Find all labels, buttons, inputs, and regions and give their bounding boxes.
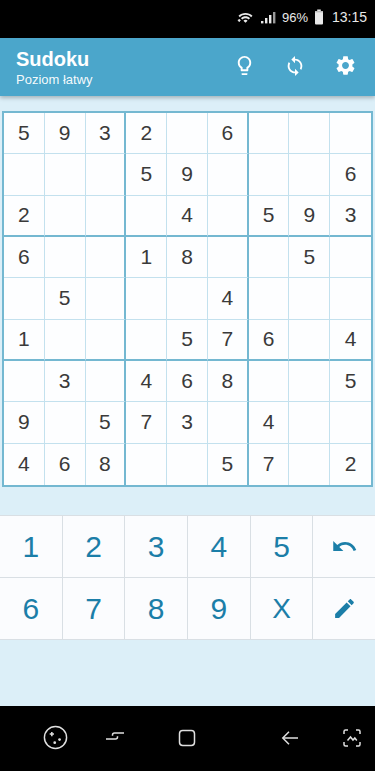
cell-r5c6[interactable]: 4	[208, 278, 249, 319]
sudoku-board: 5932659624593618554157643468595734468572	[2, 111, 373, 487]
battery-icon	[314, 9, 324, 25]
game-tools-button[interactable]	[41, 725, 69, 753]
home-icon	[175, 726, 199, 753]
cell-r3c7[interactable]: 5	[249, 196, 290, 237]
cell-r5c9[interactable]	[330, 278, 371, 319]
cell-r4c1[interactable]: 6	[4, 237, 45, 278]
cell-r5c7[interactable]	[249, 278, 290, 319]
cell-r2c1[interactable]	[4, 154, 45, 195]
cell-r1c7[interactable]	[249, 113, 290, 154]
cell-r9c7[interactable]: 7	[249, 444, 290, 485]
cell-r6c8[interactable]	[289, 320, 330, 361]
cell-r5c8[interactable]	[289, 278, 330, 319]
cell-r3c6[interactable]	[208, 196, 249, 237]
cell-r1c5[interactable]	[167, 113, 208, 154]
cell-r2c8[interactable]	[289, 154, 330, 195]
cell-r1c6[interactable]: 6	[208, 113, 249, 154]
restart-button[interactable]	[284, 55, 306, 80]
cell-r9c2[interactable]: 6	[45, 444, 86, 485]
recents-icon	[103, 726, 127, 753]
recents-button[interactable]	[101, 725, 129, 753]
signal-bars-icon	[260, 10, 276, 24]
app-bar-titles: Sudoku Poziom łatwy	[16, 48, 233, 87]
cell-r8c3[interactable]: 5	[86, 402, 127, 443]
cell-r8c7[interactable]: 4	[249, 402, 290, 443]
app-bar-actions	[233, 54, 357, 80]
cell-r9c3[interactable]: 8	[86, 444, 127, 485]
digit-2-button[interactable]: 2	[63, 516, 125, 577]
screenshot-icon	[340, 726, 364, 753]
cell-r9c5[interactable]	[167, 444, 208, 485]
cell-r1c4[interactable]: 2	[126, 113, 167, 154]
digit-5-button[interactable]: 5	[251, 516, 313, 577]
cell-r5c4[interactable]	[126, 278, 167, 319]
hint-button[interactable]	[233, 54, 256, 80]
digit-7-button[interactable]: 7	[63, 578, 125, 639]
cell-r3c8[interactable]: 9	[289, 196, 330, 237]
cell-r7c6[interactable]: 8	[208, 361, 249, 402]
home-button[interactable]	[173, 725, 201, 753]
cell-r1c3[interactable]: 3	[86, 113, 127, 154]
clear-button[interactable]: X	[251, 578, 313, 639]
cell-r9c1[interactable]: 4	[4, 444, 45, 485]
pencil-button[interactable]	[313, 578, 375, 639]
cell-r2c2[interactable]	[45, 154, 86, 195]
cell-r4c4[interactable]: 1	[126, 237, 167, 278]
cell-r4c2[interactable]	[45, 237, 86, 278]
digit-1-button[interactable]: 1	[0, 516, 62, 577]
cell-r3c5[interactable]: 4	[167, 196, 208, 237]
cell-r9c8[interactable]	[289, 444, 330, 485]
sync-icon	[284, 55, 306, 80]
pencil-icon	[332, 596, 357, 621]
cell-r7c5[interactable]: 6	[167, 361, 208, 402]
navigation-bar	[0, 706, 375, 771]
cell-r6c5[interactable]: 5	[167, 320, 208, 361]
cell-r2c7[interactable]	[249, 154, 290, 195]
clock: 13:15	[332, 9, 367, 25]
back-button[interactable]	[276, 725, 304, 753]
undo-button[interactable]	[313, 516, 375, 577]
cell-r7c2[interactable]: 3	[45, 361, 86, 402]
cell-r4c6[interactable]	[208, 237, 249, 278]
cell-r8c5[interactable]: 3	[167, 402, 208, 443]
cell-r6c7[interactable]: 6	[249, 320, 290, 361]
cell-r2c3[interactable]	[86, 154, 127, 195]
cell-r1c1[interactable]: 5	[4, 113, 45, 154]
digit-8-button[interactable]: 8	[125, 578, 187, 639]
wifi-plus-icon	[237, 10, 254, 24]
cell-r7c9[interactable]: 5	[330, 361, 371, 402]
cell-r7c8[interactable]	[289, 361, 330, 402]
digit-9-button[interactable]: 9	[188, 578, 250, 639]
cell-r8c1[interactable]: 9	[4, 402, 45, 443]
cell-r4c9[interactable]	[330, 237, 371, 278]
cell-r6c9[interactable]: 4	[330, 320, 371, 361]
cell-r5c3[interactable]	[86, 278, 127, 319]
game-tools-icon	[42, 724, 69, 754]
cell-r2c6[interactable]	[208, 154, 249, 195]
cell-r8c9[interactable]	[330, 402, 371, 443]
cell-r5c2[interactable]: 5	[45, 278, 86, 319]
page-title: Sudoku	[16, 48, 233, 70]
cell-r7c4[interactable]: 4	[126, 361, 167, 402]
cell-r8c2[interactable]	[45, 402, 86, 443]
status-bar: 96% 13:15	[0, 0, 375, 38]
digit-3-button[interactable]: 3	[125, 516, 187, 577]
cell-r9c9[interactable]: 2	[330, 444, 371, 485]
cell-r7c7[interactable]	[249, 361, 290, 402]
cell-r8c6[interactable]	[208, 402, 249, 443]
settings-button[interactable]	[334, 54, 357, 80]
cell-r6c2[interactable]	[45, 320, 86, 361]
cell-r2c9[interactable]: 6	[330, 154, 371, 195]
lightbulb-icon	[233, 54, 256, 80]
cell-r4c3[interactable]	[86, 237, 127, 278]
cell-r9c4[interactable]	[126, 444, 167, 485]
app-bar: Sudoku Poziom łatwy	[0, 38, 375, 96]
cell-r6c3[interactable]	[86, 320, 127, 361]
cell-r3c9[interactable]: 3	[330, 196, 371, 237]
cell-r6c4[interactable]	[126, 320, 167, 361]
cell-r2c5[interactable]: 9	[167, 154, 208, 195]
cell-r8c8[interactable]	[289, 402, 330, 443]
screenshot-button[interactable]	[338, 725, 366, 753]
gear-icon	[334, 54, 357, 80]
digit-6-button[interactable]: 6	[0, 578, 62, 639]
cell-r2c4[interactable]: 5	[126, 154, 167, 195]
cell-r3c3[interactable]	[86, 196, 127, 237]
cell-r7c1[interactable]	[4, 361, 45, 402]
content-area: 5932659624593618554157643468595734468572…	[0, 96, 375, 706]
cell-r5c5[interactable]	[167, 278, 208, 319]
cell-r1c8[interactable]	[289, 113, 330, 154]
cell-r4c8[interactable]: 5	[289, 237, 330, 278]
undo-icon	[331, 533, 358, 560]
cell-r3c1[interactable]: 2	[4, 196, 45, 237]
cell-r3c2[interactable]	[45, 196, 86, 237]
battery-percent: 96%	[282, 10, 308, 25]
back-icon	[278, 726, 302, 753]
digit-4-button[interactable]: 4	[188, 516, 250, 577]
cell-r6c1[interactable]: 1	[4, 320, 45, 361]
cell-r3c4[interactable]	[126, 196, 167, 237]
cell-r6c6[interactable]: 7	[208, 320, 249, 361]
cell-r5c1[interactable]	[4, 278, 45, 319]
cell-r4c7[interactable]	[249, 237, 290, 278]
cell-r4c5[interactable]: 8	[167, 237, 208, 278]
difficulty-label: Poziom łatwy	[16, 72, 233, 87]
number-pad: 1 2 3 4 5 6 7 8 9 X	[0, 515, 375, 640]
cell-r7c3[interactable]	[86, 361, 127, 402]
cell-r1c9[interactable]	[330, 113, 371, 154]
cell-r1c2[interactable]: 9	[45, 113, 86, 154]
cell-r8c4[interactable]: 7	[126, 402, 167, 443]
cell-r9c6[interactable]: 5	[208, 444, 249, 485]
